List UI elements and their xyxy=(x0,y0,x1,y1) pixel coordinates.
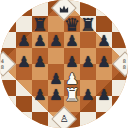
black-pawn-g3[interactable]: ♟ xyxy=(97,88,110,103)
square-a8[interactable] xyxy=(0,0,16,16)
black-pawn-e5[interactable]: ♟ xyxy=(65,55,78,70)
black-pawn-f5[interactable]: ♟ xyxy=(81,55,94,70)
black-pawn-c6[interactable]: ♟ xyxy=(33,34,46,49)
black-pawn-b6[interactable]: ♟ xyxy=(17,34,30,49)
east-badge-bottom-number: 8 xyxy=(123,64,126,70)
crown-icon xyxy=(59,3,70,12)
black-pawn-c3[interactable]: ♟ xyxy=(33,88,46,103)
black-pawn-d3[interactable]: ♟ xyxy=(49,88,62,103)
circular-board-mask: ♜♛♜♟♟♟♟♟♟♟♟♟♟♟♟♟♟♜♟♟ ♙ 4 8 8 8 xyxy=(0,0,128,128)
square-h1[interactable] xyxy=(112,112,128,128)
square-a1[interactable] xyxy=(0,112,16,128)
black-pawn-g6[interactable]: ♟ xyxy=(97,34,110,49)
black-pawn-b5[interactable]: ♟ xyxy=(17,55,30,70)
black-pawn-d6[interactable]: ♟ xyxy=(49,34,62,49)
black-pawn-e6[interactable]: ♟ xyxy=(65,34,78,49)
black-rook-f7[interactable]: ♜ xyxy=(80,16,96,34)
black-pawn-g5[interactable]: ♟ xyxy=(97,55,110,70)
west-badge-bottom-number: 8 xyxy=(1,64,4,70)
black-pawn-c5[interactable]: ♟ xyxy=(33,55,46,70)
black-pawn-f3[interactable]: ♟ xyxy=(81,88,94,103)
square-h8[interactable] xyxy=(112,0,128,16)
black-pawn-d4[interactable]: ♟ xyxy=(49,72,62,87)
chess-icon: ♜♛♜♟♟♟♟♟♟♟♟♟♟♟♟♟♟♜♟♟ ♙ 4 8 8 8 xyxy=(0,0,128,128)
white-rook-e3[interactable]: ♜ xyxy=(64,86,80,104)
pawn-outline-icon: ♙ xyxy=(60,114,69,124)
